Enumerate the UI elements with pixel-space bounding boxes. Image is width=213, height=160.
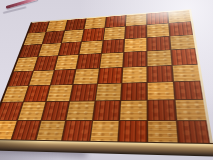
square-h7 <box>169 22 193 36</box>
square-f2 <box>120 101 147 120</box>
square-d1 <box>63 121 92 141</box>
square-f4 <box>122 66 146 82</box>
square-f3 <box>121 83 146 101</box>
chessboard <box>0 9 213 157</box>
square-g5 <box>147 50 171 65</box>
square-d4 <box>74 68 99 84</box>
square-h5 <box>171 49 197 65</box>
square-e2 <box>93 101 120 120</box>
square-f1 <box>118 121 146 142</box>
square-c4 <box>51 69 76 84</box>
square-c1 <box>37 121 66 141</box>
square-g8 <box>147 12 168 25</box>
square-g7 <box>147 24 169 38</box>
square-b4 <box>29 70 54 85</box>
square-e3 <box>95 83 121 100</box>
square-d7 <box>82 28 103 41</box>
square-b5 <box>34 56 58 70</box>
square-c8 <box>65 18 86 30</box>
square-g1 <box>148 121 178 143</box>
square-g4 <box>147 65 172 82</box>
photo-scene <box>0 0 213 160</box>
square-f8 <box>126 14 146 27</box>
square-d8 <box>85 17 106 29</box>
square-d2 <box>67 101 94 119</box>
square-f5 <box>123 51 146 66</box>
square-h6 <box>170 35 195 50</box>
square-e5 <box>100 53 123 68</box>
square-b7 <box>43 31 65 44</box>
square-b2 <box>18 102 45 120</box>
square-h1 <box>177 121 210 143</box>
square-b3 <box>24 85 50 101</box>
square-e7 <box>103 27 124 40</box>
square-e6 <box>101 39 123 53</box>
square-f7 <box>125 25 146 38</box>
square-d6 <box>80 41 102 55</box>
square-h2 <box>175 100 206 120</box>
board-grid <box>0 9 213 143</box>
square-c3 <box>47 85 73 102</box>
square-c5 <box>55 55 79 69</box>
square-e1 <box>90 121 118 142</box>
square-d3 <box>71 84 97 101</box>
square-g2 <box>148 100 176 119</box>
square-h8 <box>168 10 191 23</box>
square-h4 <box>173 64 201 81</box>
square-b6 <box>39 43 62 56</box>
square-c6 <box>59 42 81 56</box>
square-c7 <box>62 30 84 43</box>
square-e4 <box>97 67 121 83</box>
square-h3 <box>174 81 203 99</box>
square-f6 <box>124 38 146 52</box>
square-e8 <box>105 15 125 27</box>
square-c2 <box>42 102 69 120</box>
square-g3 <box>147 82 174 100</box>
square-d5 <box>77 54 100 69</box>
square-g6 <box>147 36 170 50</box>
